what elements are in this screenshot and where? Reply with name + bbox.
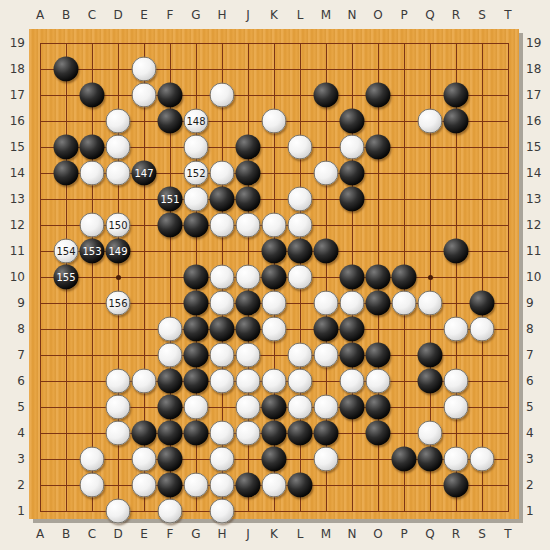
row-label-right: 19 [526,36,548,50]
row-label-right: 17 [526,88,548,102]
white-stone-Q9[interactable] [418,291,443,316]
white-stone-L13[interactable] [288,187,313,212]
black-stone-N14[interactable] [340,161,365,186]
white-stone-H2[interactable] [210,473,235,498]
black-stone-Q6[interactable] [418,369,443,394]
column-label-bottom: P [394,527,414,541]
white-stone-N15[interactable] [340,135,365,160]
column-label-bottom: K [264,527,284,541]
black-stone-J15[interactable] [236,135,261,160]
move-number-label: 156 [108,298,127,308]
white-stone-H10[interactable] [210,265,235,290]
row-label-right: 6 [526,374,548,388]
black-stone-F3[interactable] [158,447,183,472]
white-stone-R3[interactable] [444,447,469,472]
black-stone-N5[interactable] [340,395,365,420]
white-stone-D9[interactable]: 156 [106,291,131,316]
white-stone-G15[interactable] [184,135,209,160]
black-stone-J9[interactable] [236,291,261,316]
white-stone-E17[interactable] [132,83,157,108]
column-label-bottom: F [160,527,180,541]
move-number-label: 154 [56,246,75,256]
column-label-top: K [264,8,284,22]
column-label-bottom: D [108,527,128,541]
black-stone-R11[interactable] [444,239,469,264]
black-stone-N13[interactable] [340,187,365,212]
row-label-left: 19 [3,36,25,50]
row-label-left: 17 [3,88,25,102]
black-stone-B18[interactable] [54,57,79,82]
row-label-left: 11 [3,244,25,258]
row-label-right: 18 [526,62,548,76]
white-stone-G16[interactable]: 148 [184,109,209,134]
column-label-top: N [342,8,362,22]
black-stone-K4[interactable] [262,421,287,446]
column-label-bottom: T [498,527,518,541]
column-label-top: D [108,8,128,22]
row-label-left: 13 [3,192,25,206]
white-stone-C14[interactable] [80,161,105,186]
column-label-bottom: Q [420,527,440,541]
black-stone-K10[interactable] [262,265,287,290]
column-label-bottom: S [472,527,492,541]
column-label-top: E [134,8,154,22]
black-stone-M11[interactable] [314,239,339,264]
black-stone-R17[interactable] [444,83,469,108]
row-label-left: 15 [3,140,25,154]
black-stone-Q3[interactable] [418,447,443,472]
black-stone-J13[interactable] [236,187,261,212]
black-stone-N8[interactable] [340,317,365,342]
row-label-right: 4 [526,426,548,440]
white-stone-N9[interactable] [340,291,365,316]
column-label-top: S [472,8,492,22]
white-stone-Q16[interactable] [418,109,443,134]
white-stone-O6[interactable] [366,369,391,394]
white-stone-S8[interactable] [470,317,495,342]
white-stone-D15[interactable] [106,135,131,160]
black-stone-S9[interactable] [470,291,495,316]
black-stone-P10[interactable] [392,265,417,290]
black-stone-L2[interactable] [288,473,313,498]
row-label-right: 15 [526,140,548,154]
white-stone-J6[interactable] [236,369,261,394]
move-number-label: 148 [186,116,205,126]
black-stone-F13[interactable]: 151 [158,187,183,212]
white-stone-J10[interactable] [236,265,261,290]
move-number-label: 149 [108,246,127,256]
white-stone-H17[interactable] [210,83,235,108]
white-stone-D12[interactable]: 150 [106,213,131,238]
column-label-bottom: B [56,527,76,541]
white-stone-S3[interactable] [470,447,495,472]
black-stone-M8[interactable] [314,317,339,342]
white-stone-L10[interactable] [288,265,313,290]
grid-line-v [482,43,483,512]
column-label-bottom: C [82,527,102,541]
white-stone-K12[interactable] [262,213,287,238]
white-stone-G14[interactable]: 152 [184,161,209,186]
row-label-right: 14 [526,166,548,180]
white-stone-E2[interactable] [132,473,157,498]
black-stone-R16[interactable] [444,109,469,134]
black-stone-O7[interactable] [366,343,391,368]
move-number-label: 155 [56,272,75,282]
move-number-label: 153 [82,246,101,256]
black-stone-O4[interactable] [366,421,391,446]
column-label-top: G [186,8,206,22]
black-stone-O9[interactable] [366,291,391,316]
black-stone-C15[interactable] [80,135,105,160]
white-stone-E3[interactable] [132,447,157,472]
row-label-left: 2 [3,478,25,492]
row-label-right: 12 [526,218,548,232]
black-stone-G6[interactable] [184,369,209,394]
black-stone-N16[interactable] [340,109,365,134]
row-label-left: 1 [3,504,25,518]
black-stone-O5[interactable] [366,395,391,420]
move-number-label: 150 [108,220,127,230]
black-stone-O10[interactable] [366,265,391,290]
column-label-bottom: O [368,527,388,541]
white-stone-M3[interactable] [314,447,339,472]
white-stone-D14[interactable] [106,161,131,186]
black-stone-F16[interactable] [158,109,183,134]
row-label-right: 10 [526,270,548,284]
white-stone-L15[interactable] [288,135,313,160]
white-stone-M14[interactable] [314,161,339,186]
column-label-top: H [212,8,232,22]
row-label-left: 7 [3,348,25,362]
black-stone-B14[interactable] [54,161,79,186]
black-stone-P3[interactable] [392,447,417,472]
star-point [428,275,433,280]
white-stone-H7[interactable] [210,343,235,368]
white-stone-R5[interactable] [444,395,469,420]
black-stone-G4[interactable] [184,421,209,446]
row-label-left: 4 [3,426,25,440]
white-stone-J12[interactable] [236,213,261,238]
white-stone-G5[interactable] [184,395,209,420]
white-stone-C2[interactable] [80,473,105,498]
grid-line-v [508,43,509,512]
black-stone-K3[interactable] [262,447,287,472]
black-stone-F12[interactable] [158,213,183,238]
row-label-right: 5 [526,400,548,414]
white-stone-D5[interactable] [106,395,131,420]
white-stone-H6[interactable] [210,369,235,394]
white-stone-K16[interactable] [262,109,287,134]
black-stone-F5[interactable] [158,395,183,420]
move-number-label: 151 [160,194,179,204]
column-label-top: L [290,8,310,22]
column-label-top: Q [420,8,440,22]
black-stone-F17[interactable] [158,83,183,108]
white-stone-K6[interactable] [262,369,287,394]
black-stone-N10[interactable] [340,265,365,290]
white-stone-G2[interactable] [184,473,209,498]
row-label-left: 10 [3,270,25,284]
white-stone-M9[interactable] [314,291,339,316]
row-label-left: 5 [3,400,25,414]
black-stone-H8[interactable] [210,317,235,342]
black-stone-C17[interactable] [80,83,105,108]
white-stone-J7[interactable] [236,343,261,368]
white-stone-M5[interactable] [314,395,339,420]
column-label-bottom: L [290,527,310,541]
white-stone-L5[interactable] [288,395,313,420]
row-label-left: 3 [3,452,25,466]
black-stone-G9[interactable] [184,291,209,316]
move-number-label: 147 [134,168,153,178]
row-label-left: 8 [3,322,25,336]
row-label-right: 11 [526,244,548,258]
white-stone-B11[interactable]: 154 [54,239,79,264]
white-stone-D4[interactable] [106,421,131,446]
black-stone-C11[interactable]: 153 [80,239,105,264]
row-label-left: 12 [3,218,25,232]
white-stone-R6[interactable] [444,369,469,394]
white-stone-K9[interactable] [262,291,287,316]
column-label-bottom: J [238,527,258,541]
row-label-right: 2 [526,478,548,492]
column-label-bottom: H [212,527,232,541]
column-label-top: A [30,8,50,22]
white-stone-L7[interactable] [288,343,313,368]
column-label-bottom: R [446,527,466,541]
row-label-right: 7 [526,348,548,362]
row-label-right: 1 [526,504,548,518]
black-stone-K11[interactable] [262,239,287,264]
black-stone-O17[interactable] [366,83,391,108]
white-stone-F1[interactable] [158,499,183,524]
column-label-top: J [238,8,258,22]
row-label-left: 18 [3,62,25,76]
black-stone-J2[interactable] [236,473,261,498]
black-stone-F6[interactable] [158,369,183,394]
black-stone-O15[interactable] [366,135,391,160]
column-label-bottom: N [342,527,362,541]
star-point [116,275,121,280]
white-stone-R8[interactable] [444,317,469,342]
row-label-right: 13 [526,192,548,206]
column-label-bottom: M [316,527,336,541]
white-stone-D16[interactable] [106,109,131,134]
white-stone-H1[interactable] [210,499,235,524]
row-label-left: 6 [3,374,25,388]
black-stone-G10[interactable] [184,265,209,290]
black-stone-Q7[interactable] [418,343,443,368]
column-label-top: M [316,8,336,22]
white-stone-H3[interactable] [210,447,235,472]
black-stone-E4[interactable] [132,421,157,446]
black-stone-G12[interactable] [184,213,209,238]
row-label-right: 3 [526,452,548,466]
black-stone-D11[interactable]: 149 [106,239,131,264]
black-stone-G7[interactable] [184,343,209,368]
black-stone-L4[interactable] [288,421,313,446]
go-board-diagram: AABBCCDDEEFFGGHHJJKKLLMMNNOOPPQQRRSSTT19… [0,0,550,550]
white-stone-C3[interactable] [80,447,105,472]
column-label-bottom: E [134,527,154,541]
column-label-top: T [498,8,518,22]
row-label-right: 8 [526,322,548,336]
move-number-label: 152 [186,168,205,178]
white-stone-L12[interactable] [288,213,313,238]
white-stone-P9[interactable] [392,291,417,316]
white-stone-E6[interactable] [132,369,157,394]
white-stone-E18[interactable] [132,57,157,82]
black-stone-J14[interactable] [236,161,261,186]
black-stone-G8[interactable] [184,317,209,342]
white-stone-N6[interactable] [340,369,365,394]
black-stone-J8[interactable] [236,317,261,342]
black-stone-N7[interactable] [340,343,365,368]
black-stone-F4[interactable] [158,421,183,446]
column-label-top: B [56,8,76,22]
black-stone-M17[interactable] [314,83,339,108]
white-stone-G13[interactable] [184,187,209,212]
white-stone-M7[interactable] [314,343,339,368]
black-stone-H13[interactable] [210,187,235,212]
white-stone-L6[interactable] [288,369,313,394]
white-stone-C12[interactable] [80,213,105,238]
white-stone-J4[interactable] [236,421,261,446]
column-label-bottom: A [30,527,50,541]
black-stone-B15[interactable] [54,135,79,160]
white-stone-K8[interactable] [262,317,287,342]
white-stone-H9[interactable] [210,291,235,316]
white-stone-J5[interactable] [236,395,261,420]
black-stone-M4[interactable] [314,421,339,446]
column-label-top: R [446,8,466,22]
black-stone-R2[interactable] [444,473,469,498]
row-label-right: 16 [526,114,548,128]
column-label-top: C [82,8,102,22]
white-stone-H4[interactable] [210,421,235,446]
column-label-top: O [368,8,388,22]
column-label-top: P [394,8,414,22]
white-stone-F7[interactable] [158,343,183,368]
black-stone-K5[interactable] [262,395,287,420]
row-label-right: 9 [526,296,548,310]
white-stone-H12[interactable] [210,213,235,238]
black-stone-L11[interactable] [288,239,313,264]
black-stone-B10[interactable]: 155 [54,265,79,290]
white-stone-K2[interactable] [262,473,287,498]
white-stone-D6[interactable] [106,369,131,394]
column-label-top: F [160,8,180,22]
row-label-left: 14 [3,166,25,180]
black-stone-E14[interactable]: 147 [132,161,157,186]
row-label-left: 9 [3,296,25,310]
black-stone-F2[interactable] [158,473,183,498]
row-label-left: 16 [3,114,25,128]
white-stone-Q4[interactable] [418,421,443,446]
white-stone-F8[interactable] [158,317,183,342]
white-stone-H14[interactable] [210,161,235,186]
column-label-bottom: G [186,527,206,541]
white-stone-D1[interactable] [106,499,131,524]
